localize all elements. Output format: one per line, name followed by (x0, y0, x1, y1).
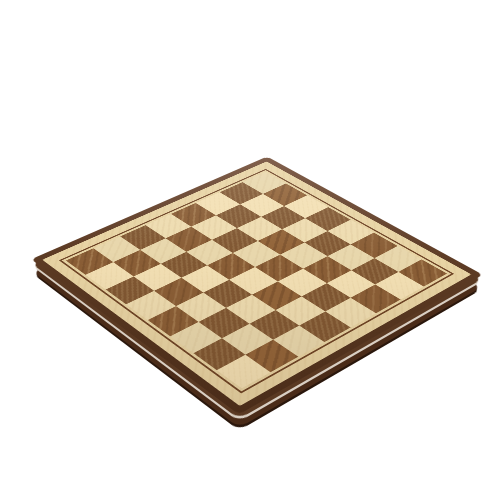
square (193, 338, 245, 370)
square (351, 285, 401, 314)
square (126, 291, 176, 320)
square (170, 322, 221, 353)
chessboard (31, 157, 483, 415)
square (148, 306, 198, 336)
square (301, 283, 350, 312)
square (203, 280, 252, 308)
square (249, 310, 300, 340)
square (245, 340, 298, 372)
square (278, 269, 327, 297)
square (273, 326, 325, 357)
square (154, 278, 203, 306)
square (217, 355, 270, 388)
square (326, 270, 375, 298)
square (133, 264, 181, 291)
square (375, 272, 424, 300)
board-maple-border (42, 161, 471, 406)
square (221, 324, 273, 355)
square (325, 298, 375, 327)
square (252, 281, 301, 309)
square (181, 265, 229, 292)
square (229, 267, 277, 294)
square (225, 294, 275, 323)
square (275, 296, 325, 325)
product-photo (0, 0, 500, 500)
square (176, 293, 226, 322)
playing-field (66, 172, 447, 388)
square (105, 276, 154, 304)
board-top-surface (31, 157, 483, 415)
square (198, 308, 249, 338)
square (300, 312, 351, 342)
